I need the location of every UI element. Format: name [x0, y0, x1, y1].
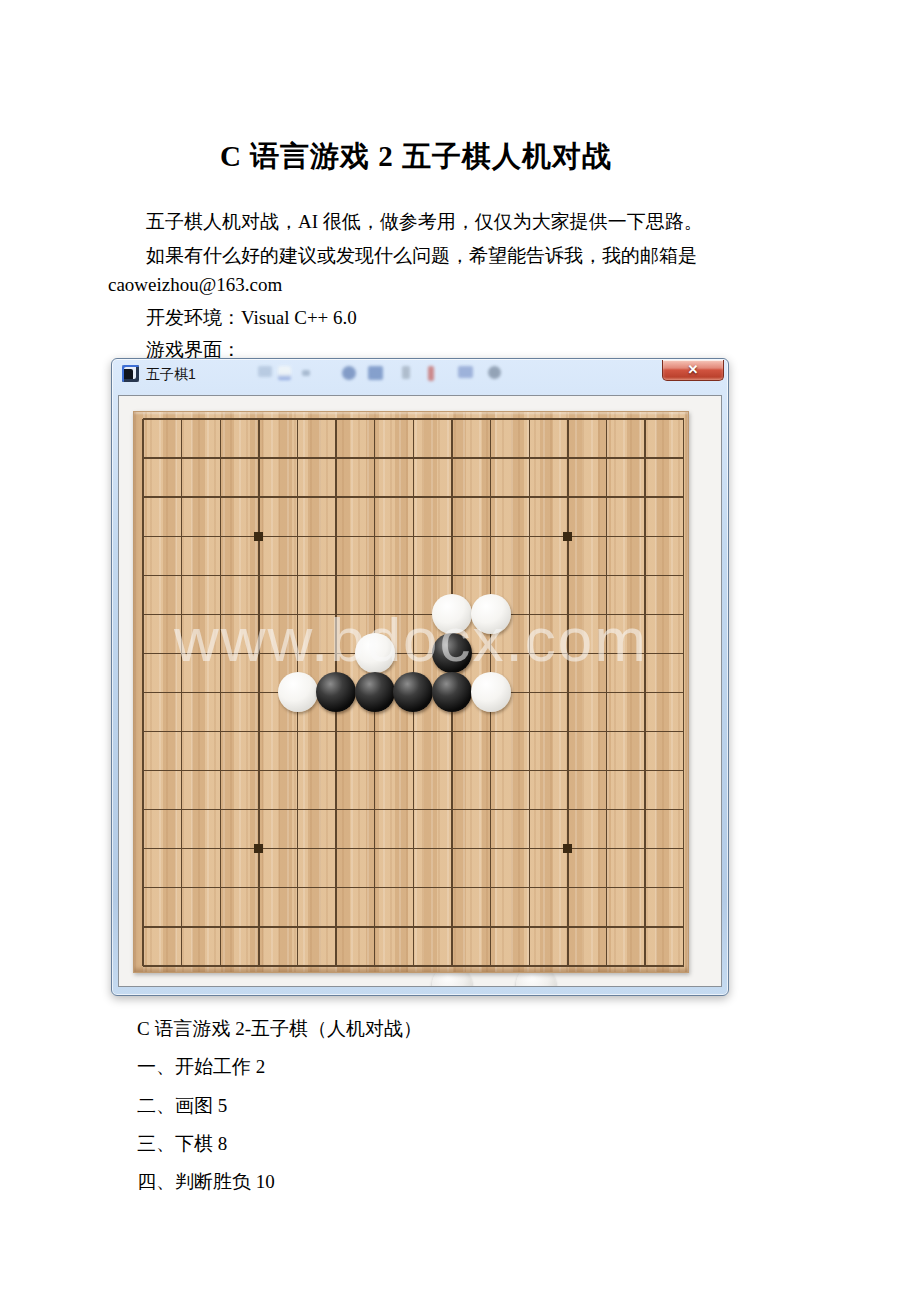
- board-cell[interactable]: [626, 634, 665, 673]
- grid-line: [433, 575, 472, 576]
- grid-line: [317, 770, 356, 771]
- board-cell[interactable]: [162, 946, 201, 973]
- board-cell[interactable]: [355, 946, 394, 973]
- grid-line: [626, 575, 665, 576]
- board-cell[interactable]: [201, 790, 240, 829]
- board-cell[interactable]: [201, 634, 240, 673]
- board-cell[interactable]: [549, 907, 588, 946]
- board-cell[interactable]: [626, 478, 665, 517]
- grid-line: [394, 457, 433, 458]
- grid-line: [433, 496, 472, 497]
- board-cell[interactable]: [201, 712, 240, 751]
- board-cell[interactable]: [317, 673, 356, 712]
- board-cell[interactable]: [201, 411, 240, 439]
- board-cell[interactable]: [510, 712, 549, 751]
- board-cell[interactable]: [133, 595, 162, 634]
- board-cell[interactable]: [201, 868, 240, 907]
- grid-line: [567, 419, 568, 439]
- board-cell[interactable]: [317, 517, 356, 556]
- board-cell[interactable]: [549, 673, 588, 712]
- board-cell[interactable]: [549, 712, 588, 751]
- board-cell[interactable]: [201, 517, 240, 556]
- grid-line: [201, 418, 240, 419]
- board-cell[interactable]: [162, 595, 201, 634]
- board-cell[interactable]: [664, 478, 689, 517]
- grid-line: [201, 887, 240, 888]
- board-cell[interactable]: [433, 829, 472, 868]
- board-cell[interactable]: [664, 556, 689, 595]
- board-cell[interactable]: [394, 595, 433, 634]
- board-cell[interactable]: [240, 751, 279, 790]
- board-cell[interactable]: [162, 411, 201, 439]
- board-cell[interactable]: [133, 478, 162, 517]
- board-cell[interactable]: [626, 556, 665, 595]
- board-cell[interactable]: [355, 751, 394, 790]
- board-cell[interactable]: [278, 634, 317, 673]
- board-cell[interactable]: [510, 673, 549, 712]
- board-cell[interactable]: [587, 673, 626, 712]
- grid-line: [278, 418, 317, 419]
- board-cell[interactable]: [664, 868, 689, 907]
- board-cell[interactable]: [471, 595, 510, 634]
- grid-line: [549, 692, 588, 693]
- board-cell[interactable]: [587, 712, 626, 751]
- board-cell[interactable]: [471, 907, 510, 946]
- board-cell[interactable]: [317, 439, 356, 478]
- board-cell[interactable]: [240, 829, 279, 868]
- board-cell[interactable]: [626, 411, 665, 439]
- grid-line: [162, 457, 201, 458]
- board-cell[interactable]: [278, 751, 317, 790]
- board-cell[interactable]: [162, 517, 201, 556]
- board-cell[interactable]: [433, 673, 472, 712]
- grid-line: [510, 418, 549, 419]
- board-cell[interactable]: [664, 829, 689, 868]
- grid-line: [510, 887, 549, 888]
- grid-line: [664, 418, 683, 419]
- board-cell[interactable]: [201, 829, 240, 868]
- grid-line: [355, 457, 394, 458]
- board-cell[interactable]: [510, 751, 549, 790]
- board-cell[interactable]: [510, 556, 549, 595]
- grid-line: [626, 536, 665, 537]
- board-cell[interactable]: [394, 439, 433, 478]
- board-cell[interactable]: [587, 556, 626, 595]
- grid-line: [162, 418, 201, 419]
- board-cell[interactable]: [626, 868, 665, 907]
- board-cell[interactable]: [317, 556, 356, 595]
- board-cell[interactable]: [433, 946, 472, 973]
- board-cell[interactable]: [278, 439, 317, 478]
- board-cell[interactable]: [664, 411, 689, 439]
- board-cell[interactable]: [549, 595, 588, 634]
- board-cell[interactable]: [471, 411, 510, 439]
- board-cell[interactable]: [433, 595, 472, 634]
- board-cell[interactable]: [240, 790, 279, 829]
- board-cell[interactable]: [433, 712, 472, 751]
- board-cell[interactable]: [510, 829, 549, 868]
- grid-line: [529, 419, 530, 439]
- board-cell[interactable]: [355, 712, 394, 751]
- window-title: 五子棋1: [146, 366, 196, 384]
- grid-line: [394, 496, 433, 497]
- board-cell[interactable]: [278, 907, 317, 946]
- board-cell[interactable]: [433, 790, 472, 829]
- board-cell[interactable]: [162, 790, 201, 829]
- grid-line: [181, 419, 182, 439]
- grid-line: [683, 419, 684, 439]
- board-cell[interactable]: [317, 907, 356, 946]
- board-cell[interactable]: [471, 517, 510, 556]
- board-cell[interactable]: [664, 673, 689, 712]
- board-cell[interactable]: [587, 595, 626, 634]
- board-cell[interactable]: [471, 751, 510, 790]
- document-title: C 语言游戏 2 五子棋人机对战: [108, 137, 724, 177]
- board-cell[interactable]: [162, 907, 201, 946]
- board-cell[interactable]: [587, 829, 626, 868]
- board-cell[interactable]: [510, 907, 549, 946]
- board-cell[interactable]: [587, 790, 626, 829]
- board-cell[interactable]: [510, 478, 549, 517]
- board-cell[interactable]: [664, 439, 689, 478]
- board-cell[interactable]: [355, 439, 394, 478]
- board-cell[interactable]: [549, 411, 588, 439]
- board-cell[interactable]: [664, 907, 689, 946]
- board-cell[interactable]: [133, 439, 162, 478]
- board-cell[interactable]: [240, 595, 279, 634]
- board-cell[interactable]: [133, 829, 162, 868]
- board-cell[interactable]: [317, 790, 356, 829]
- board-cell[interactable]: [201, 556, 240, 595]
- board-cell[interactable]: [240, 411, 279, 439]
- board-cell[interactable]: [317, 868, 356, 907]
- window-titlebar[interactable]: 五子棋1 ✕: [112, 359, 728, 395]
- board-cell[interactable]: [201, 946, 240, 973]
- board-cell[interactable]: [278, 868, 317, 907]
- board-cell[interactable]: [201, 478, 240, 517]
- board-cell[interactable]: [587, 517, 626, 556]
- board-cell[interactable]: [240, 634, 279, 673]
- board-cell[interactable]: [355, 907, 394, 946]
- grid-line: [240, 575, 279, 576]
- board-cell[interactable]: [394, 478, 433, 517]
- board-cell[interactable]: [510, 790, 549, 829]
- black-stone: [432, 633, 472, 673]
- board-cell[interactable]: [471, 829, 510, 868]
- close-button[interactable]: ✕: [662, 360, 724, 381]
- board-cell[interactable]: [394, 868, 433, 907]
- board-cell[interactable]: [664, 790, 689, 829]
- board-cell[interactable]: [133, 634, 162, 673]
- board-cell[interactable]: [471, 634, 510, 673]
- grid-line: [143, 457, 162, 458]
- grid-line: [664, 887, 683, 888]
- board-cell[interactable]: [626, 595, 665, 634]
- board-cell[interactable]: [201, 751, 240, 790]
- board-cell[interactable]: [510, 595, 549, 634]
- board-cell[interactable]: [433, 634, 472, 673]
- board-cell[interactable]: [471, 790, 510, 829]
- grid-line: [374, 946, 375, 966]
- board-cell[interactable]: [394, 634, 433, 673]
- board-cell[interactable]: [317, 411, 356, 439]
- board-cell[interactable]: [433, 868, 472, 907]
- board-cell[interactable]: [201, 439, 240, 478]
- board-cell[interactable]: [240, 868, 279, 907]
- ghost-icon: [368, 366, 383, 380]
- board-cell[interactable]: [471, 712, 510, 751]
- board-cell[interactable]: [664, 517, 689, 556]
- board-cell[interactable]: [240, 712, 279, 751]
- board-cell[interactable]: [587, 634, 626, 673]
- board-cell[interactable]: [133, 907, 162, 946]
- grid-line: [510, 575, 549, 576]
- board-cell[interactable]: [626, 439, 665, 478]
- board-cell[interactable]: [355, 868, 394, 907]
- grid-line: [355, 731, 394, 732]
- board-cell[interactable]: [433, 439, 472, 478]
- board-cell[interactable]: [278, 556, 317, 595]
- grid-line: [317, 536, 356, 537]
- grid-line: [143, 614, 162, 615]
- board-cell[interactable]: [587, 439, 626, 478]
- board-cell[interactable]: [240, 439, 279, 478]
- board-cell[interactable]: [471, 946, 510, 973]
- board-cell[interactable]: [549, 439, 588, 478]
- board-cell[interactable]: [133, 712, 162, 751]
- board-cell[interactable]: [510, 439, 549, 478]
- board-cell[interactable]: [549, 790, 588, 829]
- board-cell[interactable]: [278, 411, 317, 439]
- board-cell[interactable]: [355, 673, 394, 712]
- grid-line: [142, 419, 143, 439]
- grid-line: [317, 887, 356, 888]
- board-cell[interactable]: [394, 556, 433, 595]
- board-cell[interactable]: [471, 868, 510, 907]
- board-cell[interactable]: [201, 907, 240, 946]
- board-cell[interactable]: [664, 946, 689, 973]
- board-cell[interactable]: [626, 751, 665, 790]
- grid-line: [644, 419, 645, 439]
- board-cell[interactable]: [510, 946, 549, 973]
- board-cell[interactable]: [162, 712, 201, 751]
- board-cell[interactable]: [162, 439, 201, 478]
- board-cell[interactable]: [317, 712, 356, 751]
- board-cell[interactable]: [317, 634, 356, 673]
- grid-line: [317, 614, 356, 615]
- board-cell[interactable]: [162, 868, 201, 907]
- board-cell[interactable]: [471, 673, 510, 712]
- board-cell[interactable]: [355, 411, 394, 439]
- board-cell[interactable]: [394, 907, 433, 946]
- board-cell[interactable]: [471, 478, 510, 517]
- board-cell[interactable]: [162, 751, 201, 790]
- board-cell[interactable]: [549, 829, 588, 868]
- board-cell[interactable]: [133, 673, 162, 712]
- grid-line: [355, 575, 394, 576]
- grid-line: [355, 848, 394, 849]
- board-cell[interactable]: [133, 751, 162, 790]
- board-cell[interactable]: [433, 517, 472, 556]
- board-cell[interactable]: [394, 829, 433, 868]
- grid-line: [433, 731, 472, 732]
- grid-line: [626, 418, 665, 419]
- board-cell[interactable]: [317, 478, 356, 517]
- grid-line: [278, 457, 317, 458]
- board-cell[interactable]: [240, 946, 279, 973]
- board-cell[interactable]: [394, 673, 433, 712]
- board-cell[interactable]: [587, 907, 626, 946]
- grid-line: [549, 887, 588, 888]
- grid-line: [240, 457, 279, 458]
- board-cell[interactable]: [240, 907, 279, 946]
- grid-line: [143, 926, 162, 927]
- grid-line: [451, 946, 452, 966]
- grid-line: [355, 614, 394, 615]
- board-cell[interactable]: [133, 556, 162, 595]
- board-cell[interactable]: [587, 751, 626, 790]
- board-cell[interactable]: [355, 478, 394, 517]
- grid-line: [201, 965, 240, 966]
- board-cell[interactable]: [433, 478, 472, 517]
- board-cell[interactable]: [394, 790, 433, 829]
- board-cell[interactable]: [549, 634, 588, 673]
- grid-line: [240, 418, 279, 419]
- grid-line: [278, 848, 317, 849]
- grid-line: [490, 419, 491, 439]
- board-cell[interactable]: [133, 946, 162, 973]
- board-cell[interactable]: [133, 411, 162, 439]
- board-cell[interactable]: [240, 556, 279, 595]
- gomoku-board[interactable]: [133, 411, 689, 973]
- board-cell[interactable]: [201, 595, 240, 634]
- grid-line: [510, 965, 549, 966]
- board-cell[interactable]: [240, 517, 279, 556]
- board-cell[interactable]: [587, 946, 626, 973]
- grid-line: [510, 653, 549, 654]
- board-cell[interactable]: [133, 868, 162, 907]
- board-cell[interactable]: [626, 517, 665, 556]
- board-cell[interactable]: [664, 751, 689, 790]
- board-cell[interactable]: [549, 751, 588, 790]
- board-cell[interactable]: [664, 634, 689, 673]
- board-cell[interactable]: [510, 634, 549, 673]
- board-cell[interactable]: [317, 595, 356, 634]
- grid-line: [451, 419, 452, 439]
- board-cell[interactable]: [355, 829, 394, 868]
- board-cell[interactable]: [162, 673, 201, 712]
- grid-line: [374, 419, 375, 439]
- paragraph-environment: 开发环境：Visual C++ 6.0: [108, 305, 768, 331]
- grid-line: [510, 731, 549, 732]
- board-cell[interactable]: [278, 712, 317, 751]
- board-cell[interactable]: [394, 946, 433, 973]
- board-cell[interactable]: [162, 478, 201, 517]
- board-grid[interactable]: [133, 411, 689, 973]
- board-cell[interactable]: [394, 712, 433, 751]
- board-cell[interactable]: [626, 907, 665, 946]
- grid-line: [549, 418, 588, 419]
- grid-line: [394, 418, 433, 419]
- board-cell[interactable]: [133, 517, 162, 556]
- ghost-icon: [428, 366, 434, 381]
- board-cell[interactable]: [664, 712, 689, 751]
- board-cell[interactable]: [278, 517, 317, 556]
- board-cell[interactable]: [394, 411, 433, 439]
- board-cell[interactable]: [162, 829, 201, 868]
- board-cell[interactable]: [587, 868, 626, 907]
- board-cell[interactable]: [394, 517, 433, 556]
- grid-line: [143, 965, 162, 966]
- board-cell[interactable]: [549, 478, 588, 517]
- grid-line: [529, 946, 530, 966]
- board-cell[interactable]: [278, 478, 317, 517]
- board-cell[interactable]: [133, 790, 162, 829]
- board-cell[interactable]: [626, 712, 665, 751]
- grid-line: [471, 457, 510, 458]
- board-cell[interactable]: [355, 517, 394, 556]
- board-cell[interactable]: [278, 790, 317, 829]
- board-cell[interactable]: [317, 946, 356, 973]
- board-cell[interactable]: [587, 411, 626, 439]
- board-cell[interactable]: [162, 634, 201, 673]
- board-cell[interactable]: [317, 751, 356, 790]
- ghost-icon: [302, 370, 310, 376]
- board-cell[interactable]: [201, 673, 240, 712]
- board-cell[interactable]: [394, 751, 433, 790]
- board-cell[interactable]: [549, 946, 588, 973]
- board-cell[interactable]: [355, 556, 394, 595]
- app-icon: [122, 365, 139, 382]
- board-cell[interactable]: [626, 829, 665, 868]
- board-cell[interactable]: [433, 556, 472, 595]
- board-cell[interactable]: [510, 868, 549, 907]
- board-cell[interactable]: [355, 595, 394, 634]
- board-cell[interactable]: [549, 556, 588, 595]
- board-cell[interactable]: [549, 868, 588, 907]
- board-cell[interactable]: [549, 517, 588, 556]
- board-cell[interactable]: [471, 439, 510, 478]
- board-cell[interactable]: [278, 595, 317, 634]
- grid-line: [471, 653, 510, 654]
- board-cell[interactable]: [355, 634, 394, 673]
- board-cell[interactable]: [433, 411, 472, 439]
- board-cell[interactable]: [240, 478, 279, 517]
- board-cell[interactable]: [317, 829, 356, 868]
- board-cell[interactable]: [510, 411, 549, 439]
- grid-line: [664, 692, 683, 693]
- board-cell[interactable]: [471, 556, 510, 595]
- board-cell[interactable]: [278, 673, 317, 712]
- board-cell[interactable]: [355, 790, 394, 829]
- board-cell[interactable]: [664, 595, 689, 634]
- black-stone: [432, 672, 472, 712]
- board-cell[interactable]: [626, 790, 665, 829]
- grid-line: [201, 496, 240, 497]
- board-cell[interactable]: [433, 907, 472, 946]
- grid-line: [355, 496, 394, 497]
- board-cell[interactable]: [626, 673, 665, 712]
- board-cell[interactable]: [626, 946, 665, 973]
- board-cell[interactable]: [433, 751, 472, 790]
- board-cell[interactable]: [278, 829, 317, 868]
- board-cell[interactable]: [587, 478, 626, 517]
- grid-line: [664, 926, 683, 927]
- board-cell[interactable]: [240, 673, 279, 712]
- board-cell[interactable]: [162, 556, 201, 595]
- board-cell[interactable]: [510, 517, 549, 556]
- board-cell[interactable]: [278, 946, 317, 973]
